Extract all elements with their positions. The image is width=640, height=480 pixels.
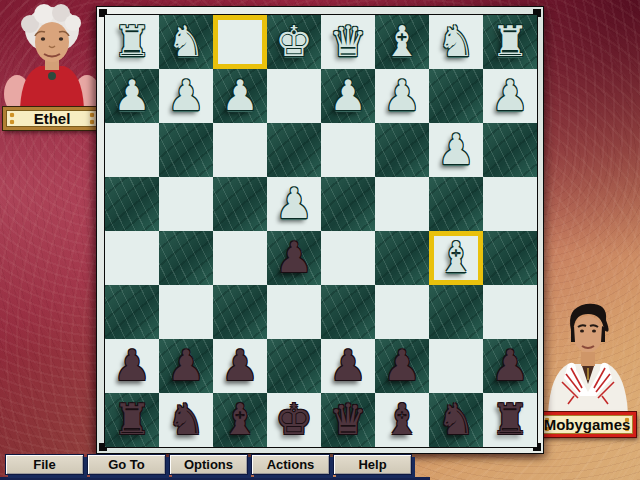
white-queen[interactable]: ♛	[321, 15, 375, 69]
square-e2[interactable]	[267, 69, 321, 123]
black-pawn[interactable]: ♟	[321, 339, 375, 393]
square-b5[interactable]: ♝	[429, 231, 483, 285]
white-pawn[interactable]: ♟	[213, 69, 267, 123]
player-name-mobygames: Mobygames	[544, 416, 631, 433]
mobygames-portrait	[538, 296, 638, 414]
square-e8[interactable]: ♚	[267, 393, 321, 447]
square-e4[interactable]: ♟	[267, 177, 321, 231]
black-knight[interactable]: ♞	[429, 393, 483, 447]
square-b3[interactable]: ♟	[429, 123, 483, 177]
square-c1[interactable]: ♝	[375, 15, 429, 69]
white-pawn[interactable]: ♟	[267, 177, 321, 231]
square-h7[interactable]: ♟	[105, 339, 159, 393]
menu-bar: File Go To Options Actions Help	[0, 454, 430, 480]
square-h5[interactable]	[105, 231, 159, 285]
black-pawn[interactable]: ♟	[375, 339, 429, 393]
square-e1[interactable]: ♚	[267, 15, 321, 69]
black-pawn[interactable]: ♟	[159, 339, 213, 393]
black-king[interactable]: ♚	[267, 393, 321, 447]
square-g1[interactable]: ♞	[159, 15, 213, 69]
white-pawn[interactable]: ♟	[321, 69, 375, 123]
square-f1[interactable]	[213, 15, 267, 69]
square-h6[interactable]	[105, 285, 159, 339]
square-d6[interactable]	[321, 285, 375, 339]
square-e3[interactable]	[267, 123, 321, 177]
square-b6[interactable]	[429, 285, 483, 339]
black-pawn[interactable]: ♟	[213, 339, 267, 393]
menu-file[interactable]: File	[5, 454, 84, 475]
menu-go-to[interactable]: Go To	[87, 454, 166, 475]
black-queen[interactable]: ♛	[321, 393, 375, 447]
black-bishop[interactable]: ♝	[375, 393, 429, 447]
white-pawn[interactable]: ♟	[375, 69, 429, 123]
square-a7[interactable]: ♟	[483, 339, 537, 393]
square-h8[interactable]: ♜	[105, 393, 159, 447]
square-f2[interactable]: ♟	[213, 69, 267, 123]
square-a8[interactable]: ♜	[483, 393, 537, 447]
black-rook[interactable]: ♜	[483, 393, 537, 447]
player-nameplate-ethel: Ethel	[3, 107, 101, 130]
player-name-ethel: Ethel	[34, 110, 71, 127]
square-a3[interactable]	[483, 123, 537, 177]
square-g7[interactable]: ♟	[159, 339, 213, 393]
square-d1[interactable]: ♛	[321, 15, 375, 69]
black-bishop[interactable]: ♝	[213, 393, 267, 447]
square-c5[interactable]	[375, 231, 429, 285]
square-d7[interactable]: ♟	[321, 339, 375, 393]
square-h4[interactable]	[105, 177, 159, 231]
white-bishop[interactable]: ♝	[429, 231, 483, 285]
menu-options[interactable]: Options	[169, 454, 248, 475]
player-nameplate-mobygames: Mobygames	[538, 412, 636, 437]
square-c7[interactable]: ♟	[375, 339, 429, 393]
black-pawn[interactable]: ♟	[267, 231, 321, 285]
avatar-ethel	[0, 0, 104, 108]
white-king[interactable]: ♚	[267, 15, 321, 69]
square-e5[interactable]: ♟	[267, 231, 321, 285]
square-f4[interactable]	[213, 177, 267, 231]
square-c8[interactable]: ♝	[375, 393, 429, 447]
square-f6[interactable]	[213, 285, 267, 339]
square-g3[interactable]	[159, 123, 213, 177]
white-rook[interactable]: ♜	[105, 15, 159, 69]
avatar-mobygames	[538, 296, 638, 414]
black-knight[interactable]: ♞	[159, 393, 213, 447]
square-f3[interactable]	[213, 123, 267, 177]
square-a5[interactable]	[483, 231, 537, 285]
square-b7[interactable]	[429, 339, 483, 393]
white-knight[interactable]: ♞	[429, 15, 483, 69]
square-g6[interactable]	[159, 285, 213, 339]
square-g5[interactable]	[159, 231, 213, 285]
square-h3[interactable]	[105, 123, 159, 177]
square-g2[interactable]: ♟	[159, 69, 213, 123]
white-knight[interactable]: ♞	[159, 15, 213, 69]
square-a6[interactable]	[483, 285, 537, 339]
square-b1[interactable]: ♞	[429, 15, 483, 69]
square-h1[interactable]: ♜	[105, 15, 159, 69]
black-pawn[interactable]: ♟	[483, 339, 537, 393]
white-pawn[interactable]: ♟	[159, 69, 213, 123]
square-f8[interactable]: ♝	[213, 393, 267, 447]
white-rook[interactable]: ♜	[483, 15, 537, 69]
square-e7[interactable]	[267, 339, 321, 393]
square-f5[interactable]	[213, 231, 267, 285]
square-b8[interactable]: ♞	[429, 393, 483, 447]
white-pawn[interactable]: ♟	[483, 69, 537, 123]
square-d5[interactable]	[321, 231, 375, 285]
square-h2[interactable]: ♟	[105, 69, 159, 123]
square-a4[interactable]	[483, 177, 537, 231]
black-pawn[interactable]: ♟	[105, 339, 159, 393]
square-d3[interactable]	[321, 123, 375, 177]
white-pawn[interactable]: ♟	[105, 69, 159, 123]
menu-help[interactable]: Help	[333, 454, 412, 475]
square-g4[interactable]	[159, 177, 213, 231]
chess-board: ♜♞♚♛♝♞♜♟♟♟♟♟♟♟♟♟♝♟♟♟♟♟♟♜♞♝♚♛♝♞♜	[104, 14, 538, 448]
square-a2[interactable]: ♟	[483, 69, 537, 123]
white-pawn[interactable]: ♟	[429, 123, 483, 177]
menu-actions[interactable]: Actions	[251, 454, 330, 475]
square-a1[interactable]: ♜	[483, 15, 537, 69]
square-c6[interactable]	[375, 285, 429, 339]
white-bishop[interactable]: ♝	[375, 15, 429, 69]
square-b4[interactable]	[429, 177, 483, 231]
square-d2[interactable]: ♟	[321, 69, 375, 123]
square-c2[interactable]: ♟	[375, 69, 429, 123]
ethel-portrait	[0, 0, 104, 108]
chess-board-frame: ♜♞♚♛♝♞♜♟♟♟♟♟♟♟♟♟♝♟♟♟♟♟♟♜♞♝♚♛♝♞♜	[96, 6, 544, 454]
square-f7[interactable]: ♟	[213, 339, 267, 393]
square-c4[interactable]	[375, 177, 429, 231]
square-e6[interactable]	[267, 285, 321, 339]
black-rook[interactable]: ♜	[105, 393, 159, 447]
square-c3[interactable]	[375, 123, 429, 177]
square-g8[interactable]: ♞	[159, 393, 213, 447]
square-b2[interactable]	[429, 69, 483, 123]
square-d4[interactable]	[321, 177, 375, 231]
square-d8[interactable]: ♛	[321, 393, 375, 447]
